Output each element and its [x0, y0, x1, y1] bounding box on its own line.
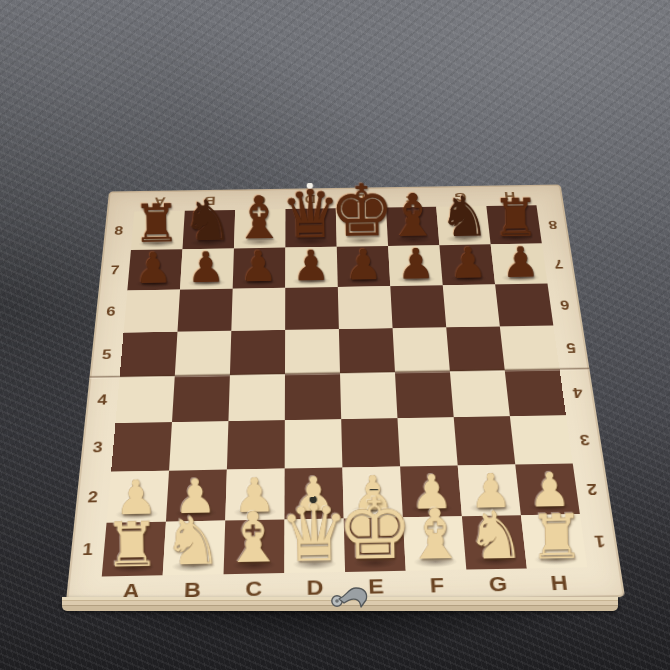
square-c3[interactable]: [227, 420, 285, 469]
square-h5[interactable]: [500, 325, 560, 370]
rank-label-4: 4: [97, 391, 108, 408]
square-g6[interactable]: [443, 284, 500, 327]
square-a6[interactable]: [124, 290, 180, 333]
square-e6[interactable]: [338, 286, 393, 329]
square-d6[interactable]: [285, 287, 339, 330]
file-label-f: F: [429, 573, 445, 598]
file-label-top-c: C: [255, 192, 266, 206]
square-c6[interactable]: [231, 288, 285, 331]
square-c5[interactable]: [230, 330, 285, 375]
square-f4[interactable]: [395, 371, 454, 418]
square-f5[interactable]: [393, 327, 450, 372]
square-b6[interactable]: [177, 289, 232, 332]
rank-label-right-5: 5: [565, 339, 577, 355]
square-d3[interactable]: [285, 419, 343, 468]
file-label-g: G: [488, 572, 508, 597]
file-label-top-f: F: [405, 190, 415, 204]
rank-label-right-4: 4: [572, 383, 584, 400]
square-d4[interactable]: [285, 373, 341, 420]
square-h4[interactable]: [505, 369, 566, 416]
rank-label-6: 6: [106, 304, 117, 319]
piece-light-queen-d1[interactable]: ♛: [248, 495, 381, 572]
rank-label-right-6: 6: [559, 296, 570, 311]
rank-label-5: 5: [101, 347, 112, 363]
latch-icon: [327, 584, 381, 614]
file-label-top-g: G: [454, 189, 467, 203]
file-label-h: H: [549, 571, 569, 596]
square-e4[interactable]: [340, 372, 397, 419]
file-label-top-d: D: [305, 192, 316, 206]
square-e5[interactable]: [339, 328, 395, 373]
square-d1[interactable]: ♛: [284, 518, 345, 573]
square-h1[interactable]: ♜: [521, 514, 587, 568]
chess-board: ABCDEFGH ABCDEFGH 87654321 87654321 ♜♞♝♛…: [65, 185, 625, 608]
square-h7[interactable]: ♟: [491, 243, 548, 284]
square-d5[interactable]: [285, 329, 340, 374]
piece-light-rook-a1[interactable]: ♜: [65, 514, 198, 575]
rank-label-right-3: 3: [579, 430, 591, 448]
square-a3[interactable]: [111, 422, 172, 472]
square-f3[interactable]: [397, 417, 457, 466]
board-frame: ABCDEFGH ABCDEFGH 87654321 87654321 ♜♞♝♛…: [65, 185, 625, 608]
photo-scene: ABCDEFGH ABCDEFGH 87654321 87654321 ♜♞♝♛…: [0, 0, 670, 670]
square-h6[interactable]: [495, 284, 553, 327]
file-label-top-b: B: [205, 193, 217, 207]
square-a1[interactable]: ♜: [102, 522, 166, 577]
square-b5[interactable]: [175, 331, 232, 376]
square-f6[interactable]: [390, 285, 446, 328]
square-a4[interactable]: [115, 376, 174, 423]
square-g3[interactable]: [454, 416, 516, 465]
file-label-top-a: A: [154, 194, 166, 208]
square-h3[interactable]: [510, 415, 573, 464]
square-e3[interactable]: [341, 418, 400, 467]
square-g5[interactable]: [446, 326, 505, 371]
square-c4[interactable]: [228, 374, 285, 421]
square-b4[interactable]: [172, 375, 230, 422]
square-g4[interactable]: [450, 370, 510, 417]
rank-label-3: 3: [92, 438, 104, 456]
file-label-top-e: E: [355, 191, 366, 205]
file-label-top-h: H: [504, 189, 517, 203]
board-grid: ♜♞♝♛♚♝♞♜♟♟♟♟♟♟♟♟♟♟♟♟♟♟♟♟♜♞♝♛♚♝♞♜: [102, 205, 588, 576]
square-a5[interactable]: [120, 332, 178, 377]
square-b3[interactable]: [169, 421, 228, 471]
piece-light-rook-h1[interactable]: ♜: [490, 506, 622, 567]
